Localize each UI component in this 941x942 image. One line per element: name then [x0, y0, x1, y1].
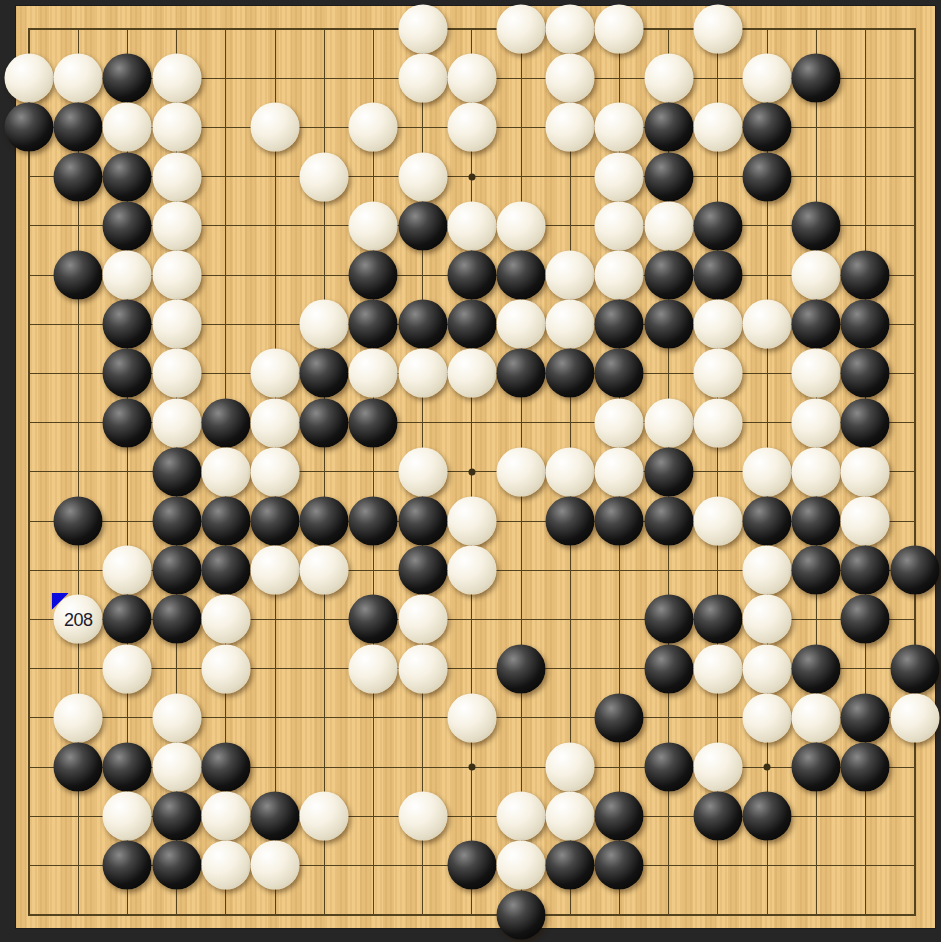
stone-black[interactable] [54, 497, 103, 546]
stone-white[interactable] [300, 300, 349, 349]
stone-white[interactable] [743, 693, 792, 742]
goban[interactable]: 208 [15, 5, 936, 929]
stone-white[interactable] [152, 743, 201, 792]
stone-white[interactable] [447, 546, 496, 595]
stone-black[interactable] [693, 595, 742, 644]
stone-white[interactable] [398, 595, 447, 644]
stone-white[interactable] [152, 201, 201, 250]
stone-black[interactable] [693, 792, 742, 841]
stone-black[interactable] [103, 54, 152, 103]
stone-black[interactable] [54, 743, 103, 792]
stone-black[interactable] [103, 595, 152, 644]
stone-black[interactable] [201, 546, 250, 595]
stone-white[interactable] [152, 693, 201, 742]
stone-white[interactable] [447, 349, 496, 398]
stone-white[interactable] [693, 103, 742, 152]
stone-white[interactable] [546, 103, 595, 152]
stone-black[interactable] [595, 693, 644, 742]
stone-black[interactable] [743, 792, 792, 841]
stone-white[interactable] [792, 398, 841, 447]
stone-white[interactable] [349, 103, 398, 152]
stone-white[interactable] [595, 201, 644, 250]
stone-black[interactable] [841, 743, 890, 792]
stone-black[interactable] [447, 300, 496, 349]
stone-white[interactable] [595, 5, 644, 54]
stone-white[interactable] [497, 300, 546, 349]
stone-white[interactable] [251, 841, 300, 890]
stone-white[interactable] [497, 792, 546, 841]
stone-black[interactable] [792, 743, 841, 792]
stone-black[interactable] [398, 300, 447, 349]
stone-black[interactable] [349, 398, 398, 447]
stone-black[interactable] [201, 398, 250, 447]
stone-black[interactable] [841, 398, 890, 447]
stone-white[interactable] [595, 103, 644, 152]
stone-black[interactable] [103, 201, 152, 250]
stone-black[interactable] [693, 251, 742, 300]
stone-black[interactable] [644, 251, 693, 300]
stone-white[interactable] [743, 595, 792, 644]
stone-black[interactable] [644, 447, 693, 496]
stone-black[interactable] [398, 497, 447, 546]
stone-white[interactable] [398, 5, 447, 54]
stone-white[interactable] [693, 5, 742, 54]
stone-white[interactable] [201, 792, 250, 841]
stone-black[interactable] [693, 201, 742, 250]
stone-white[interactable] [546, 743, 595, 792]
stone-white[interactable] [743, 300, 792, 349]
stone-white[interactable] [890, 693, 939, 742]
stone-black[interactable] [792, 300, 841, 349]
stone-white[interactable] [300, 792, 349, 841]
stone-white[interactable] [398, 792, 447, 841]
stone-black[interactable] [103, 349, 152, 398]
stone-black[interactable] [743, 103, 792, 152]
stone-white[interactable] [595, 251, 644, 300]
stone-white[interactable] [349, 644, 398, 693]
stone-black[interactable] [54, 152, 103, 201]
stone-black[interactable] [890, 644, 939, 693]
stone-white[interactable] [546, 792, 595, 841]
stone-black[interactable] [152, 841, 201, 890]
stone-black[interactable] [644, 152, 693, 201]
stone-black[interactable] [447, 841, 496, 890]
stone-black[interactable] [743, 497, 792, 546]
stone-black[interactable] [841, 300, 890, 349]
stone-black[interactable] [595, 300, 644, 349]
stone-white[interactable] [447, 54, 496, 103]
stone-white[interactable] [103, 546, 152, 595]
stone-black[interactable] [546, 497, 595, 546]
stone-black[interactable] [152, 497, 201, 546]
stone-white[interactable] [497, 841, 546, 890]
stone-white[interactable] [693, 349, 742, 398]
stone-white[interactable] [743, 546, 792, 595]
stone-white[interactable] [398, 54, 447, 103]
stone-white[interactable] [398, 152, 447, 201]
stone-white[interactable] [103, 644, 152, 693]
stone-white[interactable] [103, 251, 152, 300]
stone-white[interactable] [5, 54, 54, 103]
stone-white[interactable] [201, 841, 250, 890]
stone-black[interactable] [595, 497, 644, 546]
stone-white[interactable] [497, 201, 546, 250]
stone-black[interactable] [644, 595, 693, 644]
stone-black[interactable] [349, 497, 398, 546]
stone-white[interactable] [743, 447, 792, 496]
stone-black[interactable] [5, 103, 54, 152]
stone-black[interactable] [497, 251, 546, 300]
stone-black[interactable] [595, 841, 644, 890]
stone-black[interactable] [792, 201, 841, 250]
stone-white[interactable] [693, 497, 742, 546]
stone-white[interactable] [743, 54, 792, 103]
stone-white[interactable] [251, 103, 300, 152]
stone-white[interactable] [497, 447, 546, 496]
stone-black[interactable] [103, 300, 152, 349]
stones-layer: 208 [15, 5, 936, 929]
stone-black[interactable] [152, 546, 201, 595]
stone-white[interactable] [447, 497, 496, 546]
stone-white[interactable] [201, 595, 250, 644]
stone-white[interactable] [152, 349, 201, 398]
stone-white[interactable] [546, 5, 595, 54]
stone-black[interactable] [841, 251, 890, 300]
stone-black[interactable] [497, 890, 546, 939]
stone-black[interactable] [792, 54, 841, 103]
stone-black[interactable] [595, 792, 644, 841]
stone-black[interactable] [792, 546, 841, 595]
stone-white[interactable] [398, 447, 447, 496]
stone-black[interactable] [201, 497, 250, 546]
stone-white[interactable] [300, 152, 349, 201]
stone-black[interactable] [152, 447, 201, 496]
stone-white[interactable] [546, 251, 595, 300]
stone-white[interactable] [201, 447, 250, 496]
stone-white[interactable] [447, 693, 496, 742]
stone-black[interactable] [644, 300, 693, 349]
stone-white[interactable] [546, 300, 595, 349]
stone-white[interactable] [152, 54, 201, 103]
stone-white[interactable] [447, 103, 496, 152]
stone-white[interactable] [595, 447, 644, 496]
stone-black[interactable] [398, 201, 447, 250]
stone-black[interactable] [792, 497, 841, 546]
stone-white[interactable] [693, 644, 742, 693]
stone-white[interactable] [644, 398, 693, 447]
last-move-number: 208 [54, 595, 103, 644]
stone-black[interactable] [349, 595, 398, 644]
stone-black[interactable] [841, 595, 890, 644]
stone-black[interactable] [152, 595, 201, 644]
stone-white[interactable] [792, 447, 841, 496]
stone-white[interactable] [497, 5, 546, 54]
stone-white[interactable] [349, 201, 398, 250]
stone-black[interactable] [152, 792, 201, 841]
stone-white[interactable] [743, 644, 792, 693]
stone-black[interactable] [841, 693, 890, 742]
stone-black[interactable] [546, 349, 595, 398]
stone-black[interactable] [349, 251, 398, 300]
stone-black[interactable] [300, 497, 349, 546]
stone-white[interactable] [644, 54, 693, 103]
stone-black[interactable] [103, 743, 152, 792]
stone-white[interactable] [447, 201, 496, 250]
stone-white[interactable] [349, 349, 398, 398]
stone-black[interactable] [595, 349, 644, 398]
stone-white[interactable] [152, 251, 201, 300]
stone-black[interactable] [497, 644, 546, 693]
stone-black[interactable] [349, 300, 398, 349]
stone-black[interactable] [447, 251, 496, 300]
stone-white[interactable] [54, 54, 103, 103]
stone-black[interactable] [54, 103, 103, 152]
stone-white[interactable] [251, 447, 300, 496]
stone-white[interactable] [792, 349, 841, 398]
stone-white[interactable] [546, 447, 595, 496]
stone-black[interactable] [103, 152, 152, 201]
stone-white[interactable] [398, 644, 447, 693]
stone-white[interactable] [152, 103, 201, 152]
stone-black[interactable] [644, 497, 693, 546]
stone-white[interactable] [103, 792, 152, 841]
stone-white[interactable] [398, 349, 447, 398]
stone-white[interactable]: 208 [54, 595, 103, 644]
stone-white[interactable] [103, 103, 152, 152]
stone-white[interactable] [54, 693, 103, 742]
board-frame: 208 [0, 0, 941, 942]
stone-white[interactable] [152, 398, 201, 447]
stone-black[interactable] [251, 497, 300, 546]
stone-black[interactable] [497, 349, 546, 398]
stone-white[interactable] [152, 152, 201, 201]
stone-white[interactable] [251, 398, 300, 447]
stone-black[interactable] [103, 841, 152, 890]
stone-black[interactable] [644, 103, 693, 152]
stone-black[interactable] [201, 743, 250, 792]
stone-black[interactable] [251, 792, 300, 841]
stone-white[interactable] [595, 398, 644, 447]
stone-white[interactable] [546, 54, 595, 103]
stone-black[interactable] [890, 546, 939, 595]
stone-white[interactable] [201, 644, 250, 693]
stone-black[interactable] [398, 546, 447, 595]
stone-white[interactable] [841, 447, 890, 496]
stone-white[interactable] [251, 546, 300, 595]
stone-white[interactable] [251, 349, 300, 398]
stone-white[interactable] [792, 693, 841, 742]
stone-black[interactable] [743, 152, 792, 201]
stone-black[interactable] [300, 398, 349, 447]
stone-black[interactable] [792, 644, 841, 693]
stone-black[interactable] [644, 743, 693, 792]
stone-black[interactable] [644, 644, 693, 693]
stone-black[interactable] [841, 546, 890, 595]
stone-white[interactable] [792, 251, 841, 300]
stone-black[interactable] [841, 349, 890, 398]
stone-black[interactable] [546, 841, 595, 890]
stone-white[interactable] [693, 743, 742, 792]
stone-black[interactable] [103, 398, 152, 447]
stone-white[interactable] [841, 497, 890, 546]
stone-white[interactable] [693, 398, 742, 447]
stone-white[interactable] [644, 201, 693, 250]
stone-black[interactable] [300, 349, 349, 398]
stone-white[interactable] [152, 300, 201, 349]
stone-white[interactable] [595, 152, 644, 201]
stone-black[interactable] [54, 251, 103, 300]
stone-white[interactable] [300, 546, 349, 595]
stone-white[interactable] [693, 300, 742, 349]
